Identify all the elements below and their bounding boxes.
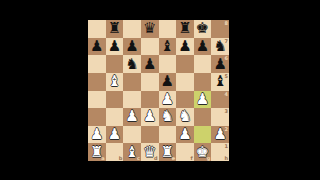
coordinate-file-c: c bbox=[137, 156, 140, 161]
square-f2[interactable]: ♟ bbox=[176, 126, 194, 144]
square-f8[interactable]: ♜ bbox=[176, 20, 194, 38]
chess-board[interactable]: ♜♛♜♚8♟♟♟♝♟♟7♞♞♟6♟♝♟5♝♟♟4♟♟♞♞3♟♟♟2♟a♜bc♝d… bbox=[88, 20, 229, 161]
square-f7[interactable]: ♟ bbox=[176, 38, 194, 56]
square-b7[interactable]: ♟ bbox=[106, 38, 124, 56]
square-a6[interactable] bbox=[88, 55, 106, 73]
white-pawn[interactable]: ♟ bbox=[178, 126, 191, 143]
coordinate-file-b: b bbox=[119, 156, 123, 161]
square-e6[interactable] bbox=[159, 55, 177, 73]
square-h5[interactable]: 5♝ bbox=[211, 73, 229, 91]
square-a3[interactable] bbox=[88, 108, 106, 126]
square-g6[interactable] bbox=[194, 55, 212, 73]
coordinate-rank-5: 5 bbox=[225, 74, 228, 79]
square-f5[interactable] bbox=[176, 73, 194, 91]
square-g2[interactable] bbox=[194, 126, 212, 144]
square-g4[interactable]: ♟ bbox=[194, 91, 212, 109]
square-e4[interactable]: ♟ bbox=[159, 91, 177, 109]
square-d4[interactable] bbox=[141, 91, 159, 109]
square-e3[interactable]: ♞ bbox=[159, 108, 177, 126]
square-h1[interactable]: 1h bbox=[211, 143, 229, 161]
square-c2[interactable] bbox=[123, 126, 141, 144]
black-pawn[interactable]: ♟ bbox=[178, 38, 191, 55]
square-a5[interactable] bbox=[88, 73, 106, 91]
white-knight[interactable]: ♞ bbox=[161, 108, 174, 125]
coordinate-rank-4: 4 bbox=[225, 92, 228, 97]
white-bishop[interactable]: ♝ bbox=[108, 73, 121, 90]
black-pawn[interactable]: ♟ bbox=[90, 38, 103, 55]
square-g5[interactable] bbox=[194, 73, 212, 91]
square-h3[interactable]: 3 bbox=[211, 108, 229, 126]
coordinate-file-a: a bbox=[101, 156, 104, 161]
square-g3[interactable] bbox=[194, 108, 212, 126]
square-f3[interactable]: ♞ bbox=[176, 108, 194, 126]
square-e7[interactable]: ♝ bbox=[159, 38, 177, 56]
square-c4[interactable] bbox=[123, 91, 141, 109]
square-h2[interactable]: 2♟ bbox=[211, 126, 229, 144]
square-b2[interactable]: ♟ bbox=[106, 126, 124, 144]
square-b1[interactable]: b bbox=[106, 143, 124, 161]
black-rook[interactable]: ♜ bbox=[178, 20, 191, 37]
square-d6[interactable]: ♟ bbox=[141, 55, 159, 73]
square-d2[interactable] bbox=[141, 126, 159, 144]
square-h6[interactable]: 6♟ bbox=[211, 55, 229, 73]
square-a7[interactable]: ♟ bbox=[88, 38, 106, 56]
black-pawn[interactable]: ♟ bbox=[125, 38, 138, 55]
coordinate-rank-1: 1 bbox=[225, 144, 228, 149]
square-e2[interactable] bbox=[159, 126, 177, 144]
square-b3[interactable] bbox=[106, 108, 124, 126]
square-b6[interactable] bbox=[106, 55, 124, 73]
white-pawn[interactable]: ♟ bbox=[161, 91, 174, 108]
coordinate-file-g: g bbox=[207, 156, 211, 161]
square-f1[interactable]: f bbox=[176, 143, 194, 161]
coordinate-rank-7: 7 bbox=[225, 39, 228, 44]
square-g7[interactable]: ♟ bbox=[194, 38, 212, 56]
square-e1[interactable]: e♜ bbox=[159, 143, 177, 161]
square-c7[interactable]: ♟ bbox=[123, 38, 141, 56]
square-g8[interactable]: ♚ bbox=[194, 20, 212, 38]
square-b8[interactable]: ♜ bbox=[106, 20, 124, 38]
white-pawn[interactable]: ♟ bbox=[143, 108, 156, 125]
square-a8[interactable] bbox=[88, 20, 106, 38]
black-pawn[interactable]: ♟ bbox=[196, 38, 209, 55]
coordinate-file-e: e bbox=[172, 156, 175, 161]
square-c8[interactable] bbox=[123, 20, 141, 38]
square-c1[interactable]: c♝ bbox=[123, 143, 141, 161]
square-b4[interactable] bbox=[106, 91, 124, 109]
square-c5[interactable] bbox=[123, 73, 141, 91]
white-knight[interactable]: ♞ bbox=[178, 108, 191, 125]
square-d5[interactable] bbox=[141, 73, 159, 91]
square-e8[interactable] bbox=[159, 20, 177, 38]
square-f4[interactable] bbox=[176, 91, 194, 109]
coordinate-file-d: d bbox=[154, 156, 158, 161]
square-c6[interactable]: ♞ bbox=[123, 55, 141, 73]
coordinate-file-h: h bbox=[224, 156, 228, 161]
black-knight[interactable]: ♞ bbox=[125, 56, 138, 73]
white-pawn[interactable]: ♟ bbox=[90, 126, 103, 143]
app-background: ♜♛♜♚8♟♟♟♝♟♟7♞♞♟6♟♝♟5♝♟♟4♟♟♞♞3♟♟♟2♟a♜bc♝d… bbox=[0, 0, 320, 180]
black-king[interactable]: ♚ bbox=[196, 20, 209, 37]
white-pawn[interactable]: ♟ bbox=[196, 91, 209, 108]
square-g1[interactable]: g♚ bbox=[194, 143, 212, 161]
black-pawn[interactable]: ♟ bbox=[143, 56, 156, 73]
square-c3[interactable]: ♟ bbox=[123, 108, 141, 126]
square-d1[interactable]: d♛ bbox=[141, 143, 159, 161]
square-a4[interactable] bbox=[88, 91, 106, 109]
black-bishop[interactable]: ♝ bbox=[161, 38, 174, 55]
coordinate-rank-3: 3 bbox=[225, 109, 228, 114]
square-b5[interactable]: ♝ bbox=[106, 73, 124, 91]
square-d8[interactable]: ♛ bbox=[141, 20, 159, 38]
white-pawn[interactable]: ♟ bbox=[125, 108, 138, 125]
square-f6[interactable] bbox=[176, 55, 194, 73]
square-a1[interactable]: a♜ bbox=[88, 143, 106, 161]
black-pawn[interactable]: ♟ bbox=[161, 73, 174, 90]
square-d7[interactable] bbox=[141, 38, 159, 56]
square-d3[interactable]: ♟ bbox=[141, 108, 159, 126]
coordinate-rank-8: 8 bbox=[225, 21, 228, 26]
square-e5[interactable]: ♟ bbox=[159, 73, 177, 91]
square-h4[interactable]: 4 bbox=[211, 91, 229, 109]
coordinate-file-f: f bbox=[191, 156, 193, 161]
black-rook[interactable]: ♜ bbox=[108, 20, 121, 37]
white-pawn[interactable]: ♟ bbox=[108, 126, 121, 143]
coordinate-rank-6: 6 bbox=[225, 56, 228, 61]
square-h7[interactable]: 7♞ bbox=[211, 38, 229, 56]
black-pawn[interactable]: ♟ bbox=[108, 38, 121, 55]
square-a2[interactable]: ♟ bbox=[88, 126, 106, 144]
square-h8[interactable]: 8 bbox=[211, 20, 229, 38]
black-queen[interactable]: ♛ bbox=[143, 20, 156, 37]
coordinate-rank-2: 2 bbox=[225, 127, 228, 132]
